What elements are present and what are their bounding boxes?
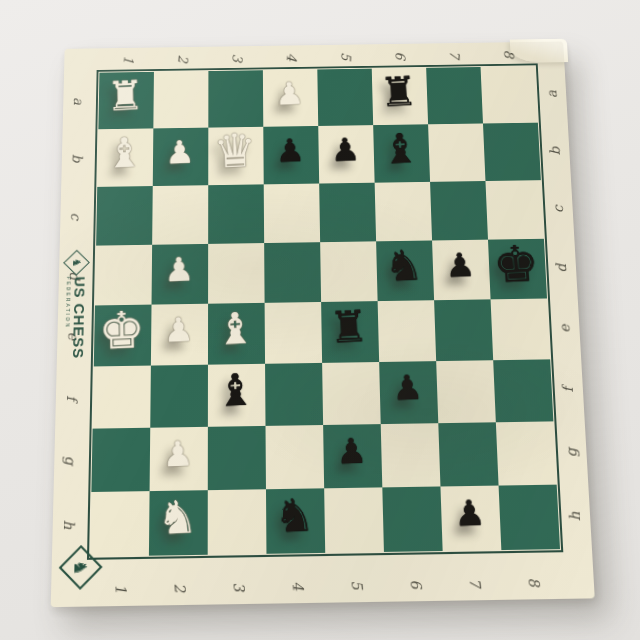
file-labels-left: abcdefgh — [58, 73, 89, 557]
black-pawn-f6[interactable]: ♟ — [377, 355, 438, 420]
square-c6[interactable] — [375, 182, 432, 241]
square-c4[interactable] — [264, 184, 320, 244]
square-e1[interactable]: ♚ — [94, 305, 152, 367]
square-c5[interactable] — [319, 183, 376, 243]
square-g6[interactable] — [381, 423, 441, 487]
square-e7[interactable] — [434, 299, 493, 361]
square-h3[interactable] — [208, 489, 267, 555]
brand-name: US CHESS — [71, 276, 88, 359]
black-rook-a6[interactable]: ♜ — [370, 62, 428, 121]
black-pawn-h7[interactable]: ♟ — [438, 479, 501, 546]
rank-label-bottom-5: 5 — [342, 554, 369, 616]
rank-label-bottom-8: 8 — [518, 551, 547, 613]
knight-icon: ♞ — [72, 559, 90, 575]
white-knight-h2[interactable]: ♞ — [148, 484, 208, 551]
square-a4[interactable]: ♟ — [263, 69, 318, 126]
square-f7[interactable] — [436, 360, 496, 423]
square-f1[interactable] — [93, 366, 151, 429]
square-d7[interactable]: ♟ — [432, 240, 491, 301]
white-pawn-d2[interactable]: ♟ — [150, 238, 208, 300]
us-chess-brand: ♞ US CHESS FEDERATION — [58, 249, 94, 365]
square-d3[interactable] — [208, 243, 265, 304]
square-e2[interactable]: ♟ — [151, 304, 208, 366]
square-a3[interactable] — [208, 70, 263, 127]
square-e4[interactable] — [265, 302, 323, 364]
black-king-d8[interactable]: ♚ — [486, 233, 547, 295]
white-rook-a1[interactable]: ♜ — [98, 66, 154, 125]
square-b8[interactable] — [483, 123, 541, 181]
square-f8[interactable] — [493, 359, 553, 422]
square-c3[interactable] — [208, 184, 264, 244]
square-d4[interactable] — [264, 242, 321, 303]
rank-labels-bottom: 12345678 — [89, 571, 562, 600]
square-a2[interactable] — [153, 71, 208, 128]
white-pawn-g2[interactable]: ♟ — [148, 421, 208, 487]
square-f2[interactable] — [150, 365, 208, 428]
square-e5[interactable]: ♜ — [321, 301, 379, 363]
square-h7[interactable]: ♟ — [440, 486, 501, 551]
square-g5[interactable]: ♟ — [323, 424, 382, 488]
square-g3[interactable] — [208, 426, 266, 490]
black-rook-e5[interactable]: ♜ — [319, 295, 379, 359]
square-f3[interactable]: ♝ — [208, 364, 266, 427]
square-b1[interactable]: ♝ — [97, 128, 153, 186]
white-queen-b3[interactable]: ♛ — [206, 121, 263, 181]
white-pawn-e2[interactable]: ♟ — [150, 298, 209, 362]
square-h5[interactable] — [324, 487, 384, 552]
white-pawn-b2[interactable]: ♟ — [151, 122, 208, 182]
black-pawn-g5[interactable]: ♟ — [321, 418, 382, 484]
square-a6[interactable]: ♜ — [372, 68, 428, 125]
rank-label-bottom-4: 4 — [283, 555, 309, 617]
square-h4[interactable]: ♞ — [266, 488, 325, 554]
square-g7[interactable] — [438, 422, 498, 486]
black-pawn-b5[interactable]: ♟ — [316, 120, 374, 180]
rank-label-bottom-6: 6 — [401, 553, 429, 615]
square-e3[interactable]: ♝ — [208, 303, 265, 365]
square-a8[interactable] — [481, 66, 538, 123]
square-d5[interactable] — [320, 241, 377, 302]
white-king-e1[interactable]: ♚ — [93, 299, 151, 363]
square-b2[interactable]: ♟ — [153, 128, 209, 186]
square-e8[interactable] — [491, 298, 551, 360]
rank-label-bottom-3: 3 — [224, 556, 250, 618]
square-f4[interactable] — [265, 363, 323, 426]
board: ♜♟♜♝♟♛♟♟♝♟♞♟♚♚♟♝♜♝♟♟♟♞♞♟ — [90, 66, 560, 556]
rank-labels-top: 12345678 — [100, 45, 535, 69]
square-g4[interactable] — [266, 425, 325, 489]
square-h6[interactable] — [382, 486, 442, 551]
square-b7[interactable] — [428, 123, 485, 181]
square-c7[interactable] — [430, 181, 488, 240]
square-b4[interactable]: ♟ — [263, 126, 319, 184]
rank-label-bottom-2: 2 — [165, 557, 190, 619]
square-d1[interactable] — [95, 245, 152, 306]
square-h8[interactable] — [499, 485, 560, 550]
rank-label-bottom-1: 1 — [107, 558, 132, 620]
black-pawn-d7[interactable]: ♟ — [430, 234, 490, 296]
knight-icon: ♞ — [72, 258, 83, 268]
square-d6[interactable]: ♞ — [376, 240, 434, 301]
square-c2[interactable] — [152, 185, 208, 245]
mat-corner-curl — [510, 39, 568, 63]
square-g2[interactable]: ♟ — [150, 427, 208, 491]
square-c8[interactable] — [485, 180, 543, 239]
square-c1[interactable] — [96, 186, 153, 246]
chess-mat: ♜♟♜♝♟♛♟♟♝♟♞♟♚♚♟♝♜♝♟♟♟♞♞♟ 12345678 123456… — [51, 41, 595, 607]
white-bishop-b1[interactable]: ♝ — [96, 123, 152, 183]
square-a7[interactable] — [426, 67, 483, 124]
square-g8[interactable] — [496, 421, 557, 485]
rank-label-bottom-7: 7 — [459, 552, 487, 614]
square-f6[interactable]: ♟ — [379, 361, 438, 424]
square-b3[interactable]: ♛ — [208, 127, 263, 185]
black-pawn-b4[interactable]: ♟ — [261, 120, 319, 180]
square-b5[interactable]: ♟ — [318, 125, 374, 183]
white-bishop-e3[interactable]: ♝ — [206, 297, 265, 361]
photo-scene: ♜♟♜♝♟♛♟♟♝♟♞♟♚♚♟♝♜♝♟♟♟♞♞♟ 12345678 123456… — [0, 0, 640, 640]
us-chess-logo-icon: ♞ — [64, 249, 90, 275]
square-e6[interactable] — [378, 300, 437, 362]
square-d8[interactable]: ♚ — [488, 239, 547, 300]
black-knight-h4[interactable]: ♞ — [264, 482, 325, 549]
black-bishop-b6[interactable]: ♝ — [371, 119, 430, 179]
square-h2[interactable]: ♞ — [149, 490, 208, 556]
square-a1[interactable]: ♜ — [98, 72, 154, 129]
square-h1[interactable] — [90, 491, 149, 557]
square-d2[interactable]: ♟ — [152, 244, 209, 305]
square-b6[interactable]: ♝ — [373, 124, 430, 182]
square-a5[interactable] — [317, 69, 373, 126]
square-f5[interactable] — [322, 362, 381, 425]
brand-subtitle: FEDERATION — [64, 276, 71, 359]
black-bishop-f3[interactable]: ♝ — [206, 358, 266, 423]
black-knight-d6[interactable]: ♞ — [374, 235, 434, 297]
square-g1[interactable] — [91, 428, 150, 492]
white-pawn-a4[interactable]: ♟ — [261, 64, 318, 123]
